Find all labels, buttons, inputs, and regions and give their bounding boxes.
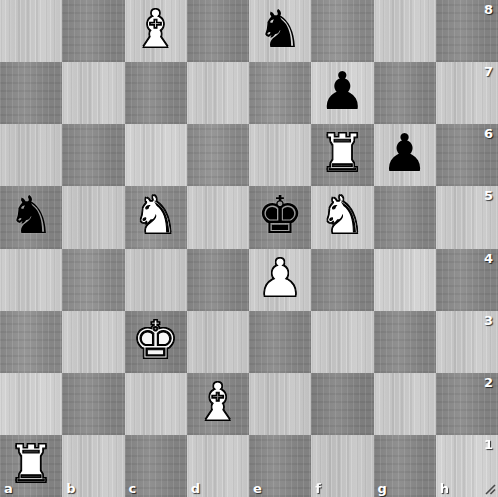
square-b5[interactable] [62, 186, 124, 248]
square-c8[interactable]: ♝ [125, 0, 187, 62]
square-e5[interactable]: ♚ [249, 186, 311, 248]
black-knight[interactable]: ♞ [257, 3, 304, 55]
square-h6[interactable]: 6 [436, 124, 498, 186]
square-g2[interactable] [374, 373, 436, 435]
square-e6[interactable] [249, 124, 311, 186]
square-b2[interactable] [62, 373, 124, 435]
black-knight[interactable]: ♞ [8, 189, 55, 241]
square-b3[interactable] [62, 311, 124, 373]
black-king[interactable]: ♚ [257, 189, 304, 241]
resize-grip-icon[interactable] [482, 481, 496, 495]
square-c7[interactable] [125, 62, 187, 124]
file-label-g: g [378, 481, 387, 496]
rank-label-1: 1 [484, 437, 493, 452]
square-f8[interactable] [311, 0, 373, 62]
file-label-b: b [66, 481, 75, 496]
square-g1[interactable]: g [374, 435, 436, 497]
square-d5[interactable] [187, 186, 249, 248]
square-c3[interactable]: ♚ [125, 311, 187, 373]
file-label-d: d [191, 481, 200, 496]
square-b4[interactable] [62, 249, 124, 311]
rank-label-6: 6 [484, 126, 493, 141]
white-knight[interactable]: ♞ [319, 189, 366, 241]
square-a4[interactable] [0, 249, 62, 311]
square-c1[interactable]: c [125, 435, 187, 497]
square-d1[interactable]: d [187, 435, 249, 497]
square-e4[interactable]: ♟ [249, 249, 311, 311]
black-pawn[interactable]: ♟ [319, 65, 366, 117]
square-c4[interactable] [125, 249, 187, 311]
white-knight[interactable]: ♞ [132, 189, 179, 241]
square-g5[interactable] [374, 186, 436, 248]
square-a2[interactable] [0, 373, 62, 435]
square-a7[interactable] [0, 62, 62, 124]
square-d3[interactable] [187, 311, 249, 373]
rank-label-3: 3 [484, 313, 493, 328]
square-a1[interactable]: ♜a [0, 435, 62, 497]
square-g8[interactable] [374, 0, 436, 62]
white-king[interactable]: ♚ [132, 314, 179, 366]
square-d6[interactable] [187, 124, 249, 186]
rank-label-4: 4 [484, 251, 493, 266]
square-e8[interactable]: ♞ [249, 0, 311, 62]
square-h7[interactable]: 7 [436, 62, 498, 124]
rank-label-8: 8 [484, 2, 493, 17]
square-a3[interactable] [0, 311, 62, 373]
square-a8[interactable] [0, 0, 62, 62]
square-h8[interactable]: 8 [436, 0, 498, 62]
white-pawn[interactable]: ♟ [257, 252, 304, 304]
white-rook[interactable]: ♜ [8, 438, 55, 490]
square-d7[interactable] [187, 62, 249, 124]
square-b1[interactable]: b [62, 435, 124, 497]
square-f2[interactable] [311, 373, 373, 435]
square-f6[interactable]: ♜ [311, 124, 373, 186]
square-b6[interactable] [62, 124, 124, 186]
rank-label-5: 5 [484, 188, 493, 203]
file-label-h: h [440, 481, 449, 496]
square-c2[interactable] [125, 373, 187, 435]
white-bishop[interactable]: ♝ [132, 3, 179, 55]
white-bishop[interactable]: ♝ [195, 376, 242, 428]
square-d4[interactable] [187, 249, 249, 311]
square-c5[interactable]: ♞ [125, 186, 187, 248]
rank-label-7: 7 [484, 64, 493, 79]
square-f5[interactable]: ♞ [311, 186, 373, 248]
square-f3[interactable] [311, 311, 373, 373]
square-f1[interactable]: f [311, 435, 373, 497]
square-g6[interactable]: ♟ [374, 124, 436, 186]
file-label-f: f [315, 481, 321, 496]
square-e7[interactable] [249, 62, 311, 124]
square-b7[interactable] [62, 62, 124, 124]
square-a5[interactable]: ♞ [0, 186, 62, 248]
square-d8[interactable] [187, 0, 249, 62]
square-f4[interactable] [311, 249, 373, 311]
square-g7[interactable] [374, 62, 436, 124]
square-d2[interactable]: ♝ [187, 373, 249, 435]
square-e3[interactable] [249, 311, 311, 373]
square-h3[interactable]: 3 [436, 311, 498, 373]
square-e2[interactable] [249, 373, 311, 435]
square-f7[interactable]: ♟ [311, 62, 373, 124]
white-rook[interactable]: ♜ [319, 127, 366, 179]
square-g3[interactable] [374, 311, 436, 373]
black-pawn[interactable]: ♟ [381, 127, 428, 179]
rank-label-2: 2 [484, 375, 493, 390]
square-h5[interactable]: 5 [436, 186, 498, 248]
square-h2[interactable]: 2 [436, 373, 498, 435]
file-label-e: e [253, 481, 262, 496]
file-label-c: c [129, 481, 137, 496]
square-h4[interactable]: 4 [436, 249, 498, 311]
square-b8[interactable] [62, 0, 124, 62]
square-c6[interactable] [125, 124, 187, 186]
chess-board: ♝♞8♟7♜♟6♞♞♚♞5♟4♚3♝2♜abcdefg1h [0, 0, 498, 497]
square-a6[interactable] [0, 124, 62, 186]
square-g4[interactable] [374, 249, 436, 311]
square-e1[interactable]: e [249, 435, 311, 497]
